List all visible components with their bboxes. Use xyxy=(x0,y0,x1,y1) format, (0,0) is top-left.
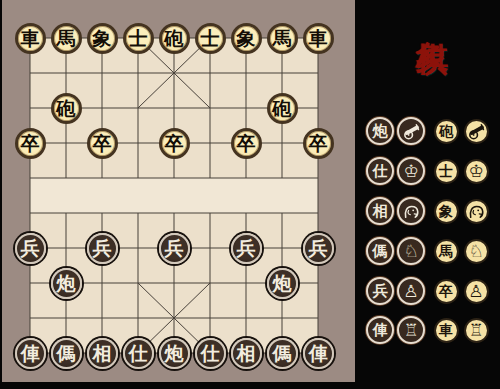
legend-dark-char: 仕 xyxy=(366,157,394,185)
advisor-glyph: ♔ xyxy=(468,163,483,180)
piece-label: 俥 xyxy=(309,344,328,363)
horse-glyph: ♘ xyxy=(468,243,483,260)
board-piece-light[interactable]: 卒 xyxy=(303,128,334,159)
horse-glyph: ♘ xyxy=(403,243,418,260)
board-piece-light[interactable]: 砲 xyxy=(51,93,82,124)
piece-label: 炮 xyxy=(273,274,292,293)
piece-label: 卒 xyxy=(237,134,256,153)
piece-label: 砲 xyxy=(273,99,292,118)
advisor-glyph: ♔ xyxy=(403,163,418,180)
piece-label: 兵 xyxy=(165,239,184,258)
board-piece-light[interactable]: 卒 xyxy=(231,128,262,159)
page-title: 象棋 xyxy=(413,14,451,18)
board-piece-dark[interactable]: 炮 xyxy=(51,268,82,299)
board-piece-light[interactable]: 卒 xyxy=(15,128,46,159)
board-piece-dark[interactable]: 傌 xyxy=(51,338,82,369)
board-piece-light[interactable]: 卒 xyxy=(87,128,118,159)
legend-pawn-icon: ♙ xyxy=(397,277,425,305)
piece-label: 砲 xyxy=(165,29,184,48)
board-piece-dark[interactable]: 仕 xyxy=(123,338,154,369)
piece-label: 仕 xyxy=(129,344,148,363)
legend-light-char: 士 xyxy=(434,159,459,184)
board-grid xyxy=(0,0,360,389)
piece-label: 象 xyxy=(237,29,256,48)
legend-elephant-icon xyxy=(464,199,489,224)
legend-light-char: 馬 xyxy=(434,239,459,264)
legend-horse-icon: ♘ xyxy=(464,239,489,264)
piece-label: 兵 xyxy=(237,239,256,258)
board-piece-light[interactable]: 士 xyxy=(195,23,226,54)
pawn-glyph: ♙ xyxy=(468,283,483,300)
legend-cannon-icon xyxy=(464,119,489,144)
piece-label: 卒 xyxy=(93,134,112,153)
piece-label: 士 xyxy=(129,29,148,48)
board-piece-light[interactable]: 車 xyxy=(15,23,46,54)
piece-label: 炮 xyxy=(165,344,184,363)
piece-label: 炮 xyxy=(57,274,76,293)
board-piece-dark[interactable]: 炮 xyxy=(159,338,190,369)
piece-label: 相 xyxy=(93,344,112,363)
board-piece-dark[interactable]: 仕 xyxy=(195,338,226,369)
piece-label: 象 xyxy=(93,29,112,48)
legend-dark-char: 相 xyxy=(366,197,394,225)
piece-label: 仕 xyxy=(201,344,220,363)
legend-dark-char: 傌 xyxy=(366,237,394,265)
board-piece-light[interactable]: 砲 xyxy=(267,93,298,124)
legend-light-char: 卒 xyxy=(434,279,459,304)
rook-glyph: ♖ xyxy=(468,322,483,339)
board-piece-dark[interactable]: 兵 xyxy=(87,233,118,264)
piece-label: 兵 xyxy=(309,239,328,258)
board-piece-light[interactable]: 象 xyxy=(87,23,118,54)
piece-label: 相 xyxy=(237,344,256,363)
piece-label: 車 xyxy=(309,29,328,48)
board-piece-dark[interactable]: 兵 xyxy=(231,233,262,264)
piece-label: 俥 xyxy=(21,344,40,363)
board-piece-light[interactable]: 馬 xyxy=(267,23,298,54)
legend-cannon-icon xyxy=(397,117,425,145)
legend-advisor-icon: ♔ xyxy=(464,159,489,184)
legend-horse-icon: ♘ xyxy=(397,237,425,265)
piece-label: 砲 xyxy=(57,99,76,118)
legend-rook-icon: ♖ xyxy=(397,316,425,344)
piece-label: 卒 xyxy=(309,134,328,153)
board-piece-light[interactable]: 車 xyxy=(303,23,334,54)
piece-label: 馬 xyxy=(273,29,292,48)
legend-dark-char: 俥 xyxy=(366,316,394,344)
legend-rook-icon: ♖ xyxy=(464,318,489,343)
legend-elephant-icon xyxy=(397,197,425,225)
board-piece-light[interactable]: 卒 xyxy=(159,128,190,159)
board-piece-dark[interactable]: 兵 xyxy=(159,233,190,264)
board-piece-dark[interactable]: 相 xyxy=(231,338,262,369)
piece-label: 兵 xyxy=(21,239,40,258)
legend-dark-char: 兵 xyxy=(366,277,394,305)
legend-light-char: 車 xyxy=(434,318,459,343)
board-piece-dark[interactable]: 傌 xyxy=(267,338,298,369)
piece-label: 傌 xyxy=(273,344,292,363)
board: 車馬象士砲士象馬車砲砲卒卒卒卒卒兵兵兵兵兵炮炮俥傌相仕炮仕相傌俥 xyxy=(0,0,360,389)
pawn-glyph: ♙ xyxy=(403,283,418,300)
piece-label: 馬 xyxy=(57,29,76,48)
piece-label: 卒 xyxy=(21,134,40,153)
board-piece-dark[interactable]: 俥 xyxy=(15,338,46,369)
piece-label: 士 xyxy=(201,29,220,48)
board-piece-dark[interactable]: 炮 xyxy=(267,268,298,299)
legend-dark-char: 炮 xyxy=(366,117,394,145)
piece-label: 車 xyxy=(21,29,40,48)
board-piece-light[interactable]: 士 xyxy=(123,23,154,54)
legend-light-char: 象 xyxy=(434,199,459,224)
board-piece-dark[interactable]: 兵 xyxy=(15,233,46,264)
board-piece-dark[interactable]: 俥 xyxy=(303,338,334,369)
piece-label: 卒 xyxy=(165,134,184,153)
legend-light-char: 砲 xyxy=(434,119,459,144)
board-piece-dark[interactable]: 兵 xyxy=(303,233,334,264)
board-piece-light[interactable]: 馬 xyxy=(51,23,82,54)
xiangqi-diagram: 車馬象士砲士象馬車砲砲卒卒卒卒卒兵兵兵兵兵炮炮俥傌相仕炮仕相傌俥 象棋 炮 砲 … xyxy=(0,0,500,389)
piece-label: 兵 xyxy=(93,239,112,258)
piece-label: 傌 xyxy=(57,344,76,363)
board-piece-light[interactable]: 象 xyxy=(231,23,262,54)
legend-pawn-icon: ♙ xyxy=(464,279,489,304)
board-piece-dark[interactable]: 相 xyxy=(87,338,118,369)
legend-advisor-icon: ♔ xyxy=(397,157,425,185)
board-piece-light[interactable]: 砲 xyxy=(159,23,190,54)
rook-glyph: ♖ xyxy=(403,322,418,339)
